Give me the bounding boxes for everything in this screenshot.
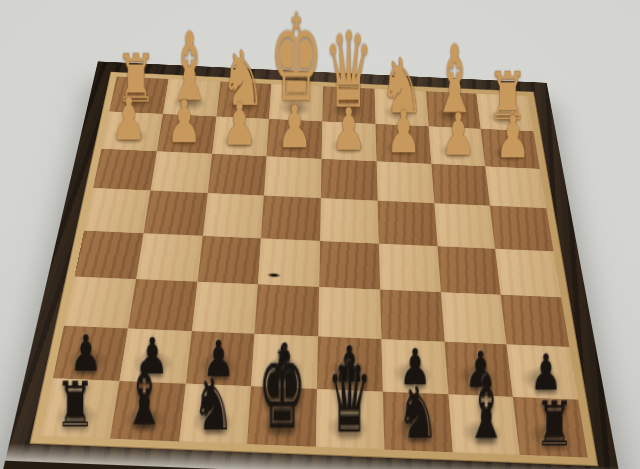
- piece-black-queen[interactable]: ♛: [327, 349, 373, 446]
- square[interactable]: [143, 190, 207, 235]
- square[interactable]: ♟: [375, 123, 431, 163]
- square[interactable]: [318, 286, 381, 338]
- square[interactable]: [490, 206, 553, 251]
- square[interactable]: ♟: [322, 121, 377, 161]
- square[interactable]: [74, 230, 143, 278]
- board-frame: ♜♝♞♚♛♞♝♜♟♟♟♟♟♟♟♟♟♟♟♟♟♟♟♟♜♝♞♚♛♞♝♜: [5, 61, 621, 469]
- square[interactable]: ♞: [383, 391, 453, 451]
- board-margin: ♜♝♞♚♛♞♝♜♟♟♟♟♟♟♟♟♟♟♟♟♟♟♟♟♜♝♞♚♛♞♝♜: [29, 71, 598, 465]
- square[interactable]: ♟: [157, 113, 216, 153]
- square[interactable]: ♟: [428, 126, 485, 166]
- square[interactable]: [136, 233, 202, 281]
- square[interactable]: [64, 276, 136, 328]
- square[interactable]: ♜: [41, 378, 119, 438]
- square[interactable]: [319, 241, 380, 289]
- square[interactable]: [377, 200, 437, 245]
- square[interactable]: [320, 198, 379, 243]
- square[interactable]: [431, 163, 490, 205]
- square[interactable]: [93, 148, 157, 190]
- piece-white-pawn[interactable]: ♟: [112, 90, 147, 149]
- square[interactable]: [264, 156, 322, 198]
- photo-backdrop: ♜♝♞♚♛♞♝♜♟♟♟♟♟♟♟♟♟♟♟♟♟♟♟♟♜♝♞♚♛♞♝♜: [0, 0, 640, 469]
- square[interactable]: [437, 246, 501, 294]
- piece-black-king[interactable]: ♚: [257, 332, 306, 444]
- piece-white-pawn[interactable]: ♟: [277, 97, 312, 156]
- piece-black-rook[interactable]: ♜: [534, 393, 573, 455]
- square[interactable]: [376, 161, 434, 203]
- square[interactable]: ♛: [316, 389, 384, 449]
- square[interactable]: [321, 158, 378, 200]
- square[interactable]: ♝: [448, 394, 520, 454]
- square[interactable]: [207, 153, 267, 195]
- square[interactable]: [440, 291, 506, 343]
- board-blemish: [265, 271, 283, 277]
- square[interactable]: [150, 151, 212, 193]
- square[interactable]: ♟: [481, 128, 540, 168]
- piece-white-pawn[interactable]: ♟: [222, 95, 257, 154]
- square[interactable]: ♜: [513, 397, 588, 457]
- square[interactable]: [191, 281, 258, 333]
- square[interactable]: [379, 243, 441, 291]
- square[interactable]: ♚: [247, 386, 317, 446]
- square[interactable]: ♝: [110, 381, 186, 441]
- square[interactable]: [84, 188, 150, 233]
- piece-black-knight[interactable]: ♞: [397, 378, 440, 449]
- square[interactable]: [197, 235, 261, 283]
- square[interactable]: ♟: [101, 111, 162, 151]
- chess-board: ♜♝♞♚♛♞♝♜♟♟♟♟♟♟♟♟♟♟♟♟♟♟♟♟♜♝♞♚♛♞♝♜: [5, 61, 621, 469]
- square[interactable]: ♟: [267, 118, 323, 158]
- piece-white-pawn[interactable]: ♟: [386, 103, 421, 162]
- piece-black-rook[interactable]: ♜: [56, 373, 96, 435]
- square[interactable]: [495, 248, 561, 296]
- piece-black-knight[interactable]: ♞: [192, 369, 235, 441]
- square[interactable]: [434, 203, 495, 248]
- piece-white-pawn[interactable]: ♟: [331, 100, 366, 159]
- square[interactable]: [258, 238, 320, 286]
- square[interactable]: ♞: [179, 383, 252, 443]
- square[interactable]: [202, 193, 264, 238]
- square[interactable]: [501, 294, 569, 346]
- square[interactable]: [485, 166, 546, 208]
- square[interactable]: [128, 278, 197, 330]
- piece-white-pawn[interactable]: ♟: [167, 92, 202, 151]
- piece-black-bishop[interactable]: ♝: [123, 352, 166, 438]
- piece-black-bishop[interactable]: ♝: [465, 366, 508, 452]
- piece-white-pawn[interactable]: ♟: [495, 108, 530, 167]
- board-grid: ♜♝♞♚♛♞♝♜♟♟♟♟♟♟♟♟♟♟♟♟♟♟♟♟♜♝♞♚♛♞♝♜: [41, 76, 588, 457]
- square[interactable]: ♟: [212, 116, 269, 156]
- piece-white-pawn[interactable]: ♟: [441, 105, 476, 164]
- square[interactable]: [380, 289, 444, 341]
- square[interactable]: [261, 195, 321, 240]
